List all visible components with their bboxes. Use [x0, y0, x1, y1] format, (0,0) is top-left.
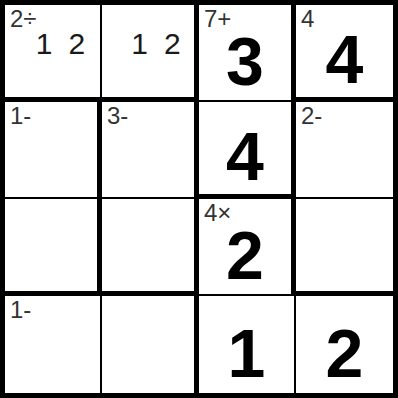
cell-r0c2[interactable]: 7+ 3	[199, 5, 296, 102]
kenken-board: 2÷ 12 12 7+ 3 4 4 1- 3- 4 2- 4×	[0, 0, 398, 398]
big-digit	[102, 296, 194, 393]
big-digit: 1	[199, 296, 294, 393]
cell-r3c1[interactable]	[102, 296, 199, 393]
cell-r1c3[interactable]: 2-	[296, 102, 393, 199]
big-digit	[102, 5, 194, 97]
big-digit	[296, 199, 393, 291]
cell-r1c2[interactable]: 4	[199, 102, 296, 199]
big-digit	[5, 5, 100, 97]
cell-r0c0[interactable]: 2÷ 12	[5, 5, 102, 102]
cell-r0c1[interactable]: 12	[102, 5, 199, 102]
big-digit	[5, 296, 100, 393]
cell-r1c0[interactable]: 1-	[5, 102, 102, 199]
cell-r1c1[interactable]: 3-	[102, 102, 199, 199]
big-digit: 4	[199, 102, 291, 194]
big-digit	[102, 102, 194, 197]
big-digit	[296, 102, 393, 197]
cell-r2c1[interactable]	[102, 199, 199, 296]
big-digit	[102, 199, 194, 291]
cell-r3c3[interactable]: 2	[296, 296, 393, 393]
big-digit: 2	[199, 199, 291, 294]
big-digit: 4	[296, 5, 393, 97]
cell-r2c0[interactable]	[5, 199, 102, 296]
cell-r3c0[interactable]: 1-	[5, 296, 102, 393]
cell-r2c3[interactable]	[296, 199, 393, 296]
big-digit	[5, 199, 97, 291]
cell-r0c3[interactable]: 4 4	[296, 5, 393, 102]
big-digit	[5, 102, 97, 197]
big-digit: 2	[296, 296, 393, 393]
big-digit: 3	[199, 5, 291, 100]
cell-r2c2[interactable]: 4× 2	[199, 199, 296, 296]
cell-r3c2[interactable]: 1	[199, 296, 296, 393]
